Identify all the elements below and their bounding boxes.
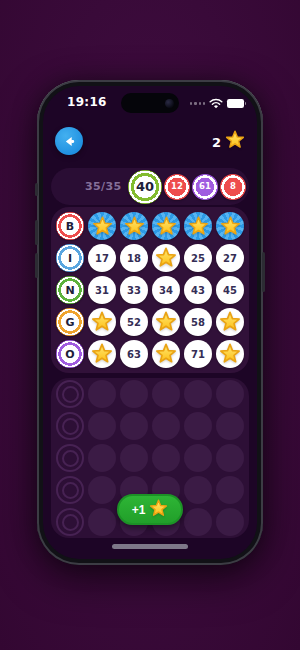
back-button[interactable] (55, 127, 83, 155)
star-icon (124, 216, 145, 237)
tray-slot (216, 508, 244, 536)
letter-ball-N: N (55, 275, 86, 306)
star-icon (149, 499, 168, 521)
wifi-icon (209, 98, 223, 109)
card-cell-G2[interactable]: 52 (120, 308, 148, 336)
star-icon (220, 216, 241, 237)
card-cell-B3-daubed[interactable] (152, 212, 180, 240)
card-cell-N3[interactable]: 34 (152, 276, 180, 304)
card-cell-O5-daubed[interactable] (216, 340, 244, 368)
letter-ball-G-icon: G (56, 308, 84, 336)
card-cell-G4[interactable]: 58 (184, 308, 212, 336)
letter-ball-O-icon: O (56, 340, 84, 368)
camera-lens-icon (165, 99, 174, 108)
star-icon (188, 216, 209, 237)
tray-slot (88, 476, 116, 504)
tray-slot (152, 412, 180, 440)
status-icons (190, 98, 244, 109)
letter-ball-B-icon: B (56, 212, 84, 240)
star-icon (225, 130, 245, 154)
card-cell-G3-daubed[interactable] (152, 308, 180, 336)
collect-button[interactable]: +1 (117, 494, 183, 525)
card-cell-G5-daubed[interactable] (216, 308, 244, 336)
tray-slot (120, 380, 148, 408)
home-indicator[interactable] (112, 544, 188, 549)
status-time: 19:16 (67, 95, 107, 109)
tray-slot (88, 380, 116, 408)
letter-ball-I: I (55, 243, 86, 274)
recent-ball-3: 8 (220, 174, 246, 200)
card-cell-N5[interactable]: 45 (216, 276, 244, 304)
side-button-power[interactable] (262, 252, 265, 292)
recent-ball-2: 61 (192, 174, 218, 200)
card-cell-I5[interactable]: 27 (216, 244, 244, 272)
card-cell-O1-daubed[interactable] (88, 340, 116, 368)
card-cell-N2[interactable]: 33 (120, 276, 148, 304)
star-icon (155, 343, 177, 365)
cellular-signal-icon (190, 102, 205, 104)
tray-slot (184, 444, 212, 472)
letter-ball-I-icon: I (56, 244, 84, 272)
tray-slot (120, 412, 148, 440)
star-icon (149, 499, 168, 518)
star-icon (156, 216, 177, 237)
star-count-label: 2 (212, 135, 221, 150)
card-cell-I2[interactable]: 18 (120, 244, 148, 272)
tray-slot (184, 412, 212, 440)
star-icon (91, 311, 113, 333)
card-cell-I4[interactable]: 25 (184, 244, 212, 272)
star-counter: 2 (212, 130, 245, 154)
letter-ball-G: G (55, 307, 86, 338)
card-cell-B2-daubed[interactable] (120, 212, 148, 240)
card-cell-O4[interactable]: 71 (184, 340, 212, 368)
draw-progress: 35/35 (85, 180, 122, 193)
star-icon (225, 130, 245, 150)
collect-button-label: +1 (132, 503, 146, 517)
tray-slot (216, 380, 244, 408)
tray-slot-ring (56, 476, 84, 504)
card-cell-B1-daubed[interactable] (88, 212, 116, 240)
card-cell-N1[interactable]: 31 (88, 276, 116, 304)
tray-slot (184, 380, 212, 408)
card-cell-I3-daubed[interactable] (152, 244, 180, 272)
page-background: 19:16 (0, 0, 300, 650)
tray-slot (88, 508, 116, 536)
phone-screen: 19:16 (43, 86, 257, 559)
current-ball: 40 (128, 170, 162, 204)
star-icon (219, 311, 241, 333)
side-button-volume-down[interactable] (35, 253, 38, 278)
card-grid: BI17182527N3133344345G5258O6371 (51, 207, 249, 373)
phone-frame: 19:16 (37, 80, 263, 565)
tray-slot (120, 444, 148, 472)
side-button-action[interactable] (35, 183, 38, 196)
tray-slot-ring (56, 412, 84, 440)
card-cell-B4-daubed[interactable] (184, 212, 212, 240)
star-icon (92, 216, 113, 237)
tray-slot (152, 380, 180, 408)
card-cell-O2[interactable]: 63 (120, 340, 148, 368)
tray-slot (152, 444, 180, 472)
letter-ball-O: O (55, 339, 86, 370)
recent-ball-1: 12 (164, 174, 190, 200)
card-cell-N4[interactable]: 43 (184, 276, 212, 304)
tray-slot (88, 444, 116, 472)
star-icon (155, 311, 177, 333)
card-cell-O3-daubed[interactable] (152, 340, 180, 368)
back-arrow-icon (62, 134, 77, 149)
card-cell-I1[interactable]: 17 (88, 244, 116, 272)
card-cell-B5-daubed[interactable] (216, 212, 244, 240)
status-bar: 19:16 (43, 86, 257, 118)
draw-panel: 35/35 4012618 (51, 168, 249, 205)
tray-slot (216, 412, 244, 440)
card-cell-G1-daubed[interactable] (88, 308, 116, 336)
side-button-volume-up[interactable] (35, 220, 38, 245)
tray-slot (184, 508, 212, 536)
tray-slot (184, 476, 212, 504)
bingo-card: BI17182527N3133344345G5258O6371 (51, 207, 249, 373)
tray-slot (88, 412, 116, 440)
letter-ball-B: B (55, 211, 86, 242)
battery-icon (227, 99, 244, 108)
star-icon (155, 247, 177, 269)
tray-slot (216, 444, 244, 472)
dynamic-island (121, 93, 179, 113)
tray-slot-ring (56, 444, 84, 472)
tray-slot (216, 476, 244, 504)
star-icon (91, 343, 113, 365)
draw-balls: 4012618 (128, 170, 246, 204)
star-icon (219, 343, 241, 365)
tray-slot-ring (56, 380, 84, 408)
letter-ball-N-icon: N (56, 276, 84, 304)
tray-slot-ring (56, 508, 84, 536)
